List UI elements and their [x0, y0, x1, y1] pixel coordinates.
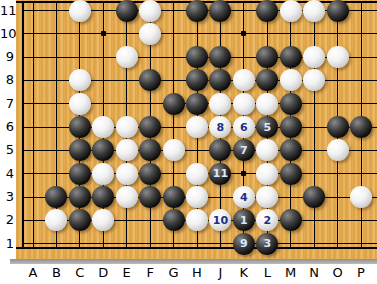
grid-line-row-10 — [24, 33, 377, 34]
white-stone-L4[interactable] — [256, 163, 278, 185]
black-stone-P6[interactable] — [350, 116, 372, 138]
column-label-C: C — [70, 265, 90, 280]
white-stone-P3[interactable] — [350, 186, 372, 208]
white-stone-H4[interactable] — [186, 163, 208, 185]
black-stone-C4[interactable] — [69, 163, 91, 185]
black-stone-G3[interactable] — [163, 186, 185, 208]
stone-number: 4 — [240, 192, 248, 203]
row-label-6: 6 — [0, 119, 14, 134]
row-label-5: 5 — [0, 142, 14, 157]
column-label-P: P — [351, 265, 371, 280]
board-shadow — [10, 259, 377, 264]
white-stone-O9[interactable] — [327, 46, 349, 68]
column-label-M: M — [281, 265, 301, 280]
stone-number: 7 — [240, 145, 248, 156]
row-label-8: 8 — [0, 72, 14, 87]
stone-number: 8 — [217, 122, 225, 133]
white-stone-C11[interactable] — [69, 0, 91, 22]
black-stone-L1[interactable]: 3 — [256, 233, 278, 255]
stone-number: 2 — [263, 215, 271, 226]
black-stone-C6[interactable] — [69, 116, 91, 138]
grid-line-col-N — [314, 3, 315, 247]
stone-number: 11 — [213, 168, 228, 179]
white-stone-K3[interactable]: 4 — [233, 186, 255, 208]
column-label-H: H — [187, 265, 207, 280]
white-stone-L7[interactable] — [256, 93, 278, 115]
black-stone-C3[interactable] — [69, 186, 91, 208]
star-point-K4 — [241, 171, 246, 176]
column-label-L: L — [257, 265, 277, 280]
black-stone-J11[interactable] — [209, 0, 231, 22]
black-stone-O11[interactable] — [327, 0, 349, 22]
column-label-J: J — [210, 265, 230, 280]
white-stone-F10[interactable] — [139, 23, 161, 45]
black-stone-H11[interactable] — [186, 0, 208, 22]
black-stone-H9[interactable] — [186, 46, 208, 68]
white-stone-N11[interactable] — [303, 0, 325, 22]
white-stone-K7[interactable] — [233, 93, 255, 115]
stone-number: 1 — [240, 215, 248, 226]
row-label-9: 9 — [0, 49, 14, 64]
white-stone-G5[interactable] — [163, 139, 185, 161]
white-stone-H6[interactable] — [186, 116, 208, 138]
black-stone-G7[interactable] — [163, 93, 185, 115]
board-frame-left — [22, 1, 24, 249]
row-label-4: 4 — [0, 166, 14, 181]
black-stone-M4[interactable] — [280, 163, 302, 185]
star-point-K10 — [241, 31, 246, 36]
column-label-A: A — [23, 265, 43, 280]
black-stone-M9[interactable] — [280, 46, 302, 68]
grid-line-row-1 — [24, 243, 377, 244]
stone-number: 3 — [263, 238, 271, 249]
white-stone-F11[interactable] — [139, 0, 161, 22]
column-label-G: G — [164, 265, 184, 280]
column-label-E: E — [117, 265, 137, 280]
column-label-D: D — [93, 265, 113, 280]
white-stone-D4[interactable] — [92, 163, 114, 185]
stone-number: 10 — [213, 215, 228, 226]
column-label-K: K — [234, 265, 254, 280]
stone-number: 5 — [263, 122, 271, 133]
black-stone-M7[interactable] — [280, 93, 302, 115]
black-stone-F4[interactable] — [139, 163, 161, 185]
stone-number: 9 — [240, 238, 248, 249]
grid-line-col-A — [33, 3, 34, 247]
black-stone-O6[interactable] — [327, 116, 349, 138]
white-stone-H3[interactable] — [186, 186, 208, 208]
black-stone-L11[interactable] — [256, 0, 278, 22]
go-diagram: ABCDEFGHJKLMNOP1110987654321865711410129… — [0, 0, 377, 284]
column-label-B: B — [46, 265, 66, 280]
stone-number: 6 — [240, 122, 248, 133]
row-label-3: 3 — [0, 189, 14, 204]
column-label-O: O — [328, 265, 348, 280]
white-stone-E3[interactable] — [116, 186, 138, 208]
board-frame-bottom — [16, 247, 377, 249]
row-label-2: 2 — [0, 212, 14, 227]
column-label-F: F — [140, 265, 160, 280]
column-label-N: N — [304, 265, 324, 280]
row-label-11: 11 — [0, 3, 14, 18]
black-stone-K1[interactable]: 9 — [233, 233, 255, 255]
white-stone-E9[interactable] — [116, 46, 138, 68]
white-stone-E4[interactable] — [116, 163, 138, 185]
black-stone-E11[interactable] — [116, 0, 138, 22]
white-stone-M11[interactable] — [280, 0, 302, 22]
black-stone-H7[interactable] — [186, 93, 208, 115]
row-label-1: 1 — [0, 236, 14, 251]
row-label-7: 7 — [0, 96, 14, 111]
white-stone-K6[interactable]: 6 — [233, 116, 255, 138]
black-stone-G2[interactable] — [163, 209, 185, 231]
star-point-D10 — [101, 31, 106, 36]
white-stone-C7[interactable] — [69, 93, 91, 115]
white-stone-E6[interactable] — [116, 116, 138, 138]
black-stone-M6[interactable] — [280, 116, 302, 138]
row-label-10: 10 — [0, 26, 14, 41]
white-stone-O5[interactable] — [327, 139, 349, 161]
